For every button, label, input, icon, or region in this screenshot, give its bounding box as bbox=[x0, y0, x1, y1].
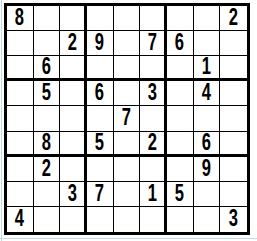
cell-r2c4[interactable]: 9 bbox=[87, 31, 114, 56]
cell-r7c9[interactable] bbox=[220, 157, 247, 182]
cell-r3c4[interactable] bbox=[87, 56, 114, 81]
cell-digit: 2 bbox=[148, 132, 157, 155]
cell-r3c7[interactable] bbox=[167, 56, 194, 81]
cell-r8c6[interactable]: 1 bbox=[140, 182, 167, 207]
cell-r2c5[interactable] bbox=[114, 31, 141, 56]
cell-r1c9[interactable]: 2 bbox=[220, 6, 247, 31]
cell-r5c6[interactable] bbox=[140, 106, 167, 131]
cell-r1c6[interactable] bbox=[140, 6, 167, 31]
cell-r1c5[interactable] bbox=[114, 6, 141, 31]
cell-r9c9[interactable]: 3 bbox=[220, 207, 247, 232]
cell-r6c7[interactable] bbox=[167, 132, 194, 157]
cell-r4c1[interactable] bbox=[7, 81, 34, 106]
cell-r9c6[interactable] bbox=[140, 207, 167, 232]
cell-r4c2[interactable]: 5 bbox=[34, 81, 61, 106]
cell-digit: 7 bbox=[122, 106, 131, 130]
cell-r6c5[interactable] bbox=[114, 132, 141, 157]
cell-r7c7[interactable] bbox=[167, 157, 194, 182]
cell-r9c1[interactable]: 4 bbox=[7, 207, 34, 232]
cell-r9c4[interactable] bbox=[87, 207, 114, 232]
cell-digit: 4 bbox=[15, 207, 24, 231]
cell-digit: 3 bbox=[148, 81, 157, 105]
cell-digit: 6 bbox=[175, 31, 184, 55]
cell-r1c2[interactable] bbox=[34, 6, 61, 31]
cell-digit: 5 bbox=[175, 182, 184, 206]
cell-r3c8[interactable]: 1 bbox=[194, 56, 221, 81]
cell-r9c2[interactable] bbox=[34, 207, 61, 232]
cell-digit: 6 bbox=[42, 56, 51, 79]
cell-r9c8[interactable] bbox=[194, 207, 221, 232]
cell-digit: 7 bbox=[148, 31, 157, 55]
cell-r7c4[interactable] bbox=[87, 157, 114, 182]
cell-r5c7[interactable] bbox=[167, 106, 194, 131]
cell-r3c9[interactable] bbox=[220, 56, 247, 81]
cell-r2c8[interactable] bbox=[194, 31, 221, 56]
cell-r8c9[interactable] bbox=[220, 182, 247, 207]
cell-digit: 2 bbox=[42, 157, 51, 181]
cell-r9c5[interactable] bbox=[114, 207, 141, 232]
cell-r7c3[interactable] bbox=[60, 157, 87, 182]
cell-r7c8[interactable]: 9 bbox=[194, 157, 221, 182]
cell-digit: 6 bbox=[95, 81, 104, 105]
cell-r5c1[interactable] bbox=[7, 106, 34, 131]
cell-r7c6[interactable] bbox=[140, 157, 167, 182]
cell-r7c5[interactable] bbox=[114, 157, 141, 182]
cell-digit: 2 bbox=[229, 6, 238, 30]
cell-r3c1[interactable] bbox=[7, 56, 34, 81]
spreadsheet-gridline-bottom bbox=[0, 238, 257, 239]
cell-r1c8[interactable] bbox=[194, 6, 221, 31]
cell-r9c3[interactable] bbox=[60, 207, 87, 232]
cell-digit: 5 bbox=[42, 81, 51, 105]
cell-r4c3[interactable] bbox=[60, 81, 87, 106]
cell-r6c6[interactable]: 2 bbox=[140, 132, 167, 157]
cell-digit: 9 bbox=[202, 157, 211, 181]
cell-r4c5[interactable] bbox=[114, 81, 141, 106]
cell-r8c5[interactable] bbox=[114, 182, 141, 207]
cell-r4c9[interactable] bbox=[220, 81, 247, 106]
cell-r3c6[interactable] bbox=[140, 56, 167, 81]
cell-digit: 4 bbox=[202, 81, 211, 105]
cell-digit: 8 bbox=[15, 6, 24, 30]
cell-r5c5[interactable]: 7 bbox=[114, 106, 141, 131]
cell-r2c6[interactable]: 7 bbox=[140, 31, 167, 56]
cell-digit: 1 bbox=[202, 56, 211, 79]
cell-digit: 5 bbox=[95, 132, 104, 155]
cell-r5c2[interactable] bbox=[34, 106, 61, 131]
screenshot-root: 8229766156347852629371543 bbox=[0, 0, 257, 241]
cell-r8c2[interactable] bbox=[34, 182, 61, 207]
cell-digit: 7 bbox=[95, 182, 104, 206]
cell-r2c2[interactable] bbox=[34, 31, 61, 56]
cell-r8c8[interactable] bbox=[194, 182, 221, 207]
cell-r6c1[interactable] bbox=[7, 132, 34, 157]
cell-digit: 8 bbox=[42, 132, 51, 155]
cell-r8c7[interactable]: 5 bbox=[167, 182, 194, 207]
cell-r4c6[interactable]: 3 bbox=[140, 81, 167, 106]
cell-r2c3[interactable]: 2 bbox=[60, 31, 87, 56]
cell-digit: 6 bbox=[202, 132, 211, 155]
cell-r5c9[interactable] bbox=[220, 106, 247, 131]
cell-r6c4[interactable]: 5 bbox=[87, 132, 114, 157]
sudoku-board: 8229766156347852629371543 bbox=[4, 3, 250, 235]
cell-r6c2[interactable]: 8 bbox=[34, 132, 61, 157]
cell-r2c9[interactable] bbox=[220, 31, 247, 56]
cell-r3c5[interactable] bbox=[114, 56, 141, 81]
cell-r5c8[interactable] bbox=[194, 106, 221, 131]
cell-r8c4[interactable]: 7 bbox=[87, 182, 114, 207]
cell-digit: 2 bbox=[68, 31, 77, 55]
cell-r2c7[interactable]: 6 bbox=[167, 31, 194, 56]
cell-digit: 3 bbox=[68, 182, 77, 206]
cell-r8c1[interactable] bbox=[7, 182, 34, 207]
cell-digit: 9 bbox=[95, 31, 104, 55]
cell-r7c1[interactable] bbox=[7, 157, 34, 182]
spreadsheet-gridline-left bbox=[1, 0, 2, 241]
cell-r1c7[interactable] bbox=[167, 6, 194, 31]
cell-r1c3[interactable] bbox=[60, 6, 87, 31]
cell-digit: 1 bbox=[148, 182, 157, 206]
cell-r8c3[interactable]: 3 bbox=[60, 182, 87, 207]
cell-r6c3[interactable] bbox=[60, 132, 87, 157]
cell-r7c2[interactable]: 2 bbox=[34, 157, 61, 182]
cell-r3c3[interactable] bbox=[60, 56, 87, 81]
cell-r4c8[interactable]: 4 bbox=[194, 81, 221, 106]
cell-r5c3[interactable] bbox=[60, 106, 87, 131]
cell-r2c1[interactable] bbox=[7, 31, 34, 56]
cell-r6c8[interactable]: 6 bbox=[194, 132, 221, 157]
cell-r1c4[interactable] bbox=[87, 6, 114, 31]
cell-r4c4[interactable]: 6 bbox=[87, 81, 114, 106]
cell-r9c7[interactable] bbox=[167, 207, 194, 232]
cell-digit: 3 bbox=[229, 207, 238, 231]
cell-r3c2[interactable]: 6 bbox=[34, 56, 61, 81]
cell-r6c9[interactable] bbox=[220, 132, 247, 157]
cell-r4c7[interactable] bbox=[167, 81, 194, 106]
cell-r5c4[interactable] bbox=[87, 106, 114, 131]
cell-r1c1[interactable]: 8 bbox=[7, 6, 34, 31]
